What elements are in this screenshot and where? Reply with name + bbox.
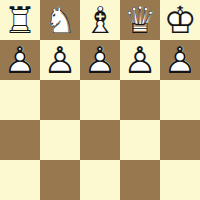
square-r2c3[interactable]: ♟♙ xyxy=(80,40,120,80)
white-pawn-outline-layer: ♙ xyxy=(40,40,80,80)
chess-board: ♜♖♞♘♝♗♛♕♚♔♟♙♟♙♟♙♟♙♟♙ xyxy=(0,0,200,200)
white-pawn[interactable]: ♟♙ xyxy=(120,40,160,80)
square-r2c5[interactable]: ♟♙ xyxy=(160,40,200,80)
square-r4c5[interactable] xyxy=(160,120,200,160)
square-r1c3[interactable]: ♝♗ xyxy=(80,0,120,40)
square-r3c4[interactable] xyxy=(120,80,160,120)
white-rook-outline-layer: ♖ xyxy=(0,0,40,40)
square-r5c5[interactable] xyxy=(160,160,200,200)
white-pawn[interactable]: ♟♙ xyxy=(80,40,120,80)
square-r1c2[interactable]: ♞♘ xyxy=(40,0,80,40)
white-pawn[interactable]: ♟♙ xyxy=(40,40,80,80)
white-knight-outline-layer: ♘ xyxy=(40,0,80,40)
white-king-outline-layer: ♔ xyxy=(160,0,200,40)
square-r4c4[interactable] xyxy=(120,120,160,160)
square-r3c2[interactable] xyxy=(40,80,80,120)
square-r5c4[interactable] xyxy=(120,160,160,200)
square-r4c1[interactable] xyxy=(0,120,40,160)
white-bishop[interactable]: ♝♗ xyxy=(80,0,120,40)
white-pawn-outline-layer: ♙ xyxy=(80,40,120,80)
square-r3c1[interactable] xyxy=(0,80,40,120)
white-queen[interactable]: ♛♕ xyxy=(120,0,160,40)
white-pawn-outline-layer: ♙ xyxy=(120,40,160,80)
white-bishop-outline-layer: ♗ xyxy=(80,0,120,40)
square-r3c3[interactable] xyxy=(80,80,120,120)
square-r1c1[interactable]: ♜♖ xyxy=(0,0,40,40)
square-r2c2[interactable]: ♟♙ xyxy=(40,40,80,80)
white-queen-outline-layer: ♕ xyxy=(120,0,160,40)
square-r2c4[interactable]: ♟♙ xyxy=(120,40,160,80)
square-r1c4[interactable]: ♛♕ xyxy=(120,0,160,40)
white-knight[interactable]: ♞♘ xyxy=(40,0,80,40)
white-pawn[interactable]: ♟♙ xyxy=(0,40,40,80)
square-r4c2[interactable] xyxy=(40,120,80,160)
square-r5c1[interactable] xyxy=(0,160,40,200)
white-pawn[interactable]: ♟♙ xyxy=(160,40,200,80)
square-r3c5[interactable] xyxy=(160,80,200,120)
square-r2c1[interactable]: ♟♙ xyxy=(0,40,40,80)
square-r4c3[interactable] xyxy=(80,120,120,160)
white-pawn-outline-layer: ♙ xyxy=(0,40,40,80)
white-king[interactable]: ♚♔ xyxy=(160,0,200,40)
white-rook[interactable]: ♜♖ xyxy=(0,0,40,40)
square-r5c3[interactable] xyxy=(80,160,120,200)
white-pawn-outline-layer: ♙ xyxy=(160,40,200,80)
square-r5c2[interactable] xyxy=(40,160,80,200)
square-r1c5[interactable]: ♚♔ xyxy=(160,0,200,40)
